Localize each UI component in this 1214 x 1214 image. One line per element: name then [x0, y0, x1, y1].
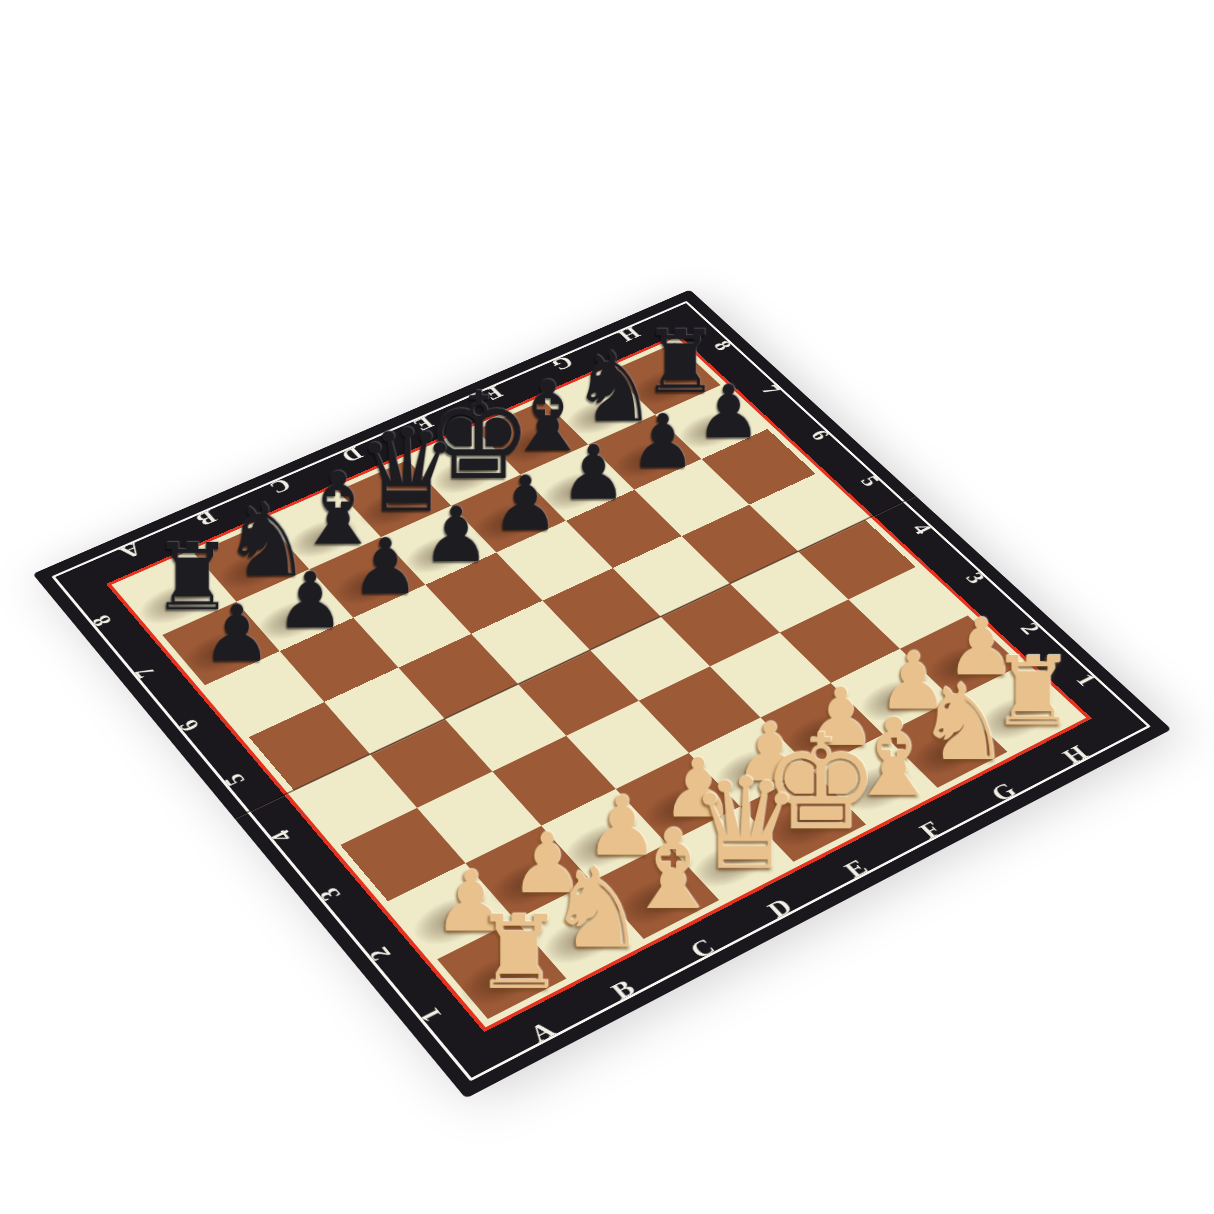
piece-black-pawn-a7[interactable]: ♟: [127, 594, 348, 672]
chess-board: ABCDEFGH ABCDEFGH 87654321 87654321 ♜♞♝♛…: [33, 290, 1172, 1099]
squares-grid: ♜♞♝♛♚♝♞♜♟♟♟♟♟♟♟♟♟♟♟♟♟♟♟♟♜♞♝♛♚♝♞♜: [121, 343, 1076, 1019]
playing-area: ♜♞♝♛♚♝♞♜♟♟♟♟♟♟♟♟♟♟♟♟♟♟♟♟♜♞♝♛♚♝♞♜: [106, 334, 1092, 1032]
photo-scene: ABCDEFGH ABCDEFGH 87654321 87654321 ♜♞♝♛…: [0, 0, 1214, 1214]
piece-white-rook-a1[interactable]: ♜: [398, 903, 638, 1005]
square-a1[interactable]: ♜: [437, 920, 566, 1019]
piece-anchor: ♜: [433, 919, 566, 1021]
